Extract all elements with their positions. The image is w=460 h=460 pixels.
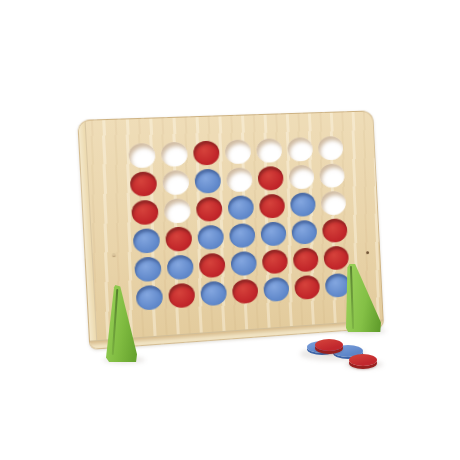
right-stand-slot-shadow [349,266,353,329]
disc-blue-r6c3 [200,281,227,307]
disc-red-r4c7 [322,218,348,243]
disc-blue-r6c5 [263,277,289,302]
disc-red-r4c2 [165,226,192,252]
left-stand-slot-shadow [112,289,119,355]
disc-blue-r6c7 [325,273,351,298]
disc-red-r3c1 [131,200,159,226]
disc-red-r2c5 [257,166,283,191]
product-photo-connect-four [0,0,460,460]
board-holes [78,111,372,121]
hole-empty-r1c1 [128,143,156,168]
hole-empty-r1c4 [225,139,252,164]
hole-empty-r3c7 [321,191,347,216]
disc-red-r5c6 [293,247,319,272]
disc-red-r2c1 [130,171,158,197]
disc-blue-r5c2 [167,254,194,280]
disc-blue-r4c3 [197,225,224,250]
disc-blue-r5c1 [134,256,162,282]
disc-red-r1c3 [193,140,220,165]
disc-blue-r3c4 [227,195,254,220]
disc-blue-r4c1 [133,228,161,254]
hole-empty-r2c2 [162,170,189,195]
hole-empty-r1c5 [256,138,282,163]
disc-red-r3c5 [259,194,285,219]
disc-blue-r2c3 [194,169,221,194]
disc-blue-r5c4 [230,251,257,276]
hole-empty-r2c4 [226,167,253,192]
side-peg-hole-left [112,253,115,256]
hole-empty-r1c2 [161,142,188,167]
disc-blue-r6c1 [136,285,164,311]
loose-disc-red-4 [349,354,377,366]
loose-disc-red-3 [315,339,343,351]
disc-red-r5c7 [323,245,349,270]
disc-red-r5c3 [199,253,226,279]
hole-empty-r1c6 [287,137,313,162]
hole-empty-r2c6 [288,165,314,190]
disc-blue-r4c5 [260,221,286,246]
disc-red-r6c6 [294,275,320,300]
hole-empty-r2c7 [319,163,345,188]
disc-red-r6c2 [168,283,195,309]
disc-blue-r4c6 [291,220,317,245]
hole-empty-r3c2 [164,198,191,224]
disc-red-r3c3 [196,197,223,222]
disc-blue-r3c6 [290,192,316,217]
disc-red-r5c5 [262,249,288,274]
hole-empty-r1c7 [318,136,344,161]
disc-red-r6c4 [232,279,259,305]
side-peg-hole-right [366,251,369,254]
disc-blue-r4c4 [229,223,256,248]
